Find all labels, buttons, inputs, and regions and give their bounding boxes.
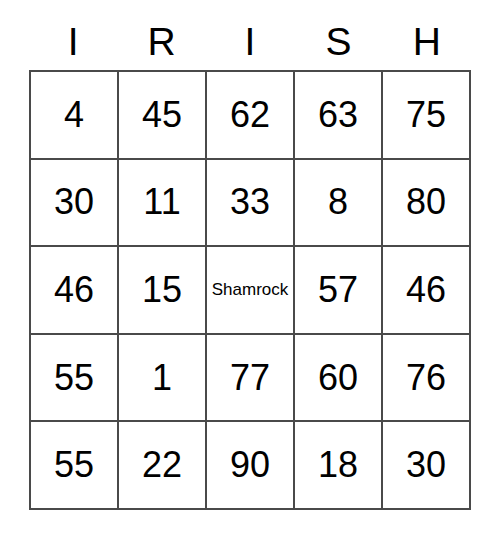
cell-r1c5[interactable]: 75 xyxy=(383,72,469,158)
cell-r2c3[interactable]: 33 xyxy=(207,160,293,246)
header-letter-r: R xyxy=(148,22,176,61)
cell-r5c2[interactable]: 22 xyxy=(119,422,205,508)
bingo-card: I R I S H 4 45 62 63 75 30 11 33 8 80 46… xyxy=(29,0,471,510)
cell-r4c3[interactable]: 77 xyxy=(207,335,293,421)
cell-r1c4[interactable]: 63 xyxy=(295,72,381,158)
cell-r2c2[interactable]: 11 xyxy=(119,160,205,246)
header-letter-i1: I xyxy=(68,22,79,61)
cell-r5c1[interactable]: 55 xyxy=(31,422,117,508)
cell-r5c4[interactable]: 18 xyxy=(295,422,381,508)
cell-r2c1[interactable]: 30 xyxy=(31,160,117,246)
cell-r3c5[interactable]: 46 xyxy=(383,247,469,333)
cell-r3c1[interactable]: 46 xyxy=(31,247,117,333)
cell-r1c3[interactable]: 62 xyxy=(207,72,293,158)
cell-r2c5[interactable]: 80 xyxy=(383,160,469,246)
cell-r3c2[interactable]: 15 xyxy=(119,247,205,333)
cell-r1c1[interactable]: 4 xyxy=(31,72,117,158)
cell-r2c4[interactable]: 8 xyxy=(295,160,381,246)
cell-r3c4[interactable]: 57 xyxy=(295,247,381,333)
cell-r5c5[interactable]: 30 xyxy=(383,422,469,508)
cell-r3c3-free-space[interactable]: Shamrock xyxy=(207,247,293,333)
cell-r4c4[interactable]: 60 xyxy=(295,335,381,421)
cell-r4c5[interactable]: 76 xyxy=(383,335,469,421)
cell-r1c2[interactable]: 45 xyxy=(119,72,205,158)
header-letter-s: S xyxy=(325,22,351,61)
header-letter-h: H xyxy=(413,22,441,61)
cell-r4c2[interactable]: 1 xyxy=(119,335,205,421)
cell-r5c3[interactable]: 90 xyxy=(207,422,293,508)
header-letter-i2: I xyxy=(245,22,256,61)
bingo-grid: 4 45 62 63 75 30 11 33 8 80 46 15 Shamro… xyxy=(29,70,471,510)
cell-r4c1[interactable]: 55 xyxy=(31,335,117,421)
card-title: I R I S H xyxy=(29,0,471,70)
